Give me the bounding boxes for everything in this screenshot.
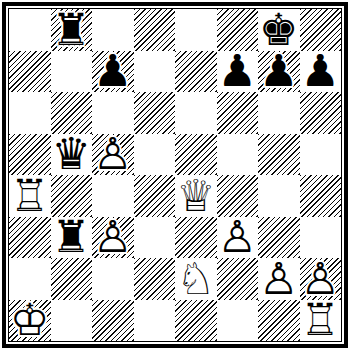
- piece-backing: ♟: [93, 215, 132, 259]
- piece-black-queen[interactable]: ♛♛: [51, 134, 93, 176]
- square-a3[interactable]: [9, 217, 51, 259]
- piece-black-rook[interactable]: ♜♜: [51, 217, 93, 259]
- piece-backing: ♜: [10, 174, 49, 218]
- piece-backing: ♜: [52, 8, 91, 52]
- square-d6[interactable]: [134, 92, 176, 134]
- chess-board: ♜♜♚♚♟♟♟♟♟♟♟♟♛♛♟♙♜♖♛♕♜♜♟♙♟♙♞♘♟♙♟♙♚♔♜♖: [8, 8, 342, 342]
- square-e5[interactable]: [175, 134, 217, 176]
- piece-white-pawn[interactable]: ♟♙: [92, 217, 134, 259]
- square-b7[interactable]: [51, 51, 93, 93]
- piece-backing: ♞: [176, 257, 215, 301]
- square-c6[interactable]: [92, 92, 134, 134]
- square-e4[interactable]: ♛♕: [175, 175, 217, 217]
- square-d5[interactable]: [134, 134, 176, 176]
- piece-white-knight[interactable]: ♞♘: [175, 258, 217, 300]
- piece-white-pawn[interactable]: ♟♙: [258, 258, 300, 300]
- piece-backing: ♛: [176, 174, 215, 218]
- black-rook-icon: ♜: [52, 8, 91, 52]
- piece-white-rook[interactable]: ♜♖: [300, 300, 342, 342]
- piece-white-pawn[interactable]: ♟♙: [300, 258, 342, 300]
- piece-backing: ♚: [259, 8, 298, 52]
- black-rook-icon: ♜: [52, 215, 91, 259]
- square-h3[interactable]: [300, 217, 342, 259]
- square-f6[interactable]: [217, 92, 259, 134]
- piece-black-pawn[interactable]: ♟♟: [258, 51, 300, 93]
- black-queen-icon: ♛: [52, 132, 91, 176]
- square-f2[interactable]: [217, 258, 259, 300]
- square-f1[interactable]: [217, 300, 259, 342]
- piece-white-rook[interactable]: ♜♖: [9, 175, 51, 217]
- square-a8[interactable]: [9, 9, 51, 51]
- square-g6[interactable]: [258, 92, 300, 134]
- square-d7[interactable]: [134, 51, 176, 93]
- square-a1[interactable]: ♚♔: [9, 300, 51, 342]
- square-c3[interactable]: ♟♙: [92, 217, 134, 259]
- square-h6[interactable]: [300, 92, 342, 134]
- square-a4[interactable]: ♜♖: [9, 175, 51, 217]
- piece-backing: ♟: [301, 257, 340, 301]
- square-c2[interactable]: [92, 258, 134, 300]
- piece-white-pawn[interactable]: ♟♙: [217, 217, 259, 259]
- piece-black-rook[interactable]: ♜♜: [51, 9, 93, 51]
- square-b2[interactable]: [51, 258, 93, 300]
- square-h1[interactable]: ♜♖: [300, 300, 342, 342]
- white-king-icon: ♔: [10, 298, 49, 342]
- square-b1[interactable]: [51, 300, 93, 342]
- piece-backing: ♟: [301, 49, 340, 93]
- white-rook-icon: ♖: [10, 174, 49, 218]
- square-b6[interactable]: [51, 92, 93, 134]
- black-pawn-icon: ♟: [93, 49, 132, 93]
- piece-backing: ♟: [218, 215, 257, 259]
- white-rook-icon: ♖: [301, 298, 340, 342]
- white-pawn-icon: ♙: [93, 132, 132, 176]
- white-pawn-icon: ♙: [259, 257, 298, 301]
- black-pawn-icon: ♟: [218, 49, 257, 93]
- square-d2[interactable]: [134, 258, 176, 300]
- square-g4[interactable]: [258, 175, 300, 217]
- board-frame: ♜♜♚♚♟♟♟♟♟♟♟♟♛♛♟♙♜♖♛♕♜♜♟♙♟♙♞♘♟♙♟♙♚♔♜♖: [2, 2, 348, 348]
- square-a6[interactable]: [9, 92, 51, 134]
- square-c5[interactable]: ♟♙: [92, 134, 134, 176]
- square-h8[interactable]: [300, 9, 342, 51]
- square-e6[interactable]: [175, 92, 217, 134]
- black-pawn-icon: ♟: [259, 49, 298, 93]
- white-pawn-icon: ♙: [93, 215, 132, 259]
- white-pawn-icon: ♙: [301, 257, 340, 301]
- square-c7[interactable]: ♟♟: [92, 51, 134, 93]
- piece-white-queen[interactable]: ♛♕: [175, 175, 217, 217]
- piece-backing: ♟: [218, 49, 257, 93]
- square-g2[interactable]: ♟♙: [258, 258, 300, 300]
- square-g5[interactable]: [258, 134, 300, 176]
- square-f4[interactable]: [217, 175, 259, 217]
- piece-black-pawn[interactable]: ♟♟: [300, 51, 342, 93]
- square-e2[interactable]: ♞♘: [175, 258, 217, 300]
- square-h5[interactable]: [300, 134, 342, 176]
- square-a5[interactable]: [9, 134, 51, 176]
- square-b3[interactable]: ♜♜: [51, 217, 93, 259]
- square-c1[interactable]: [92, 300, 134, 342]
- piece-backing: ♟: [93, 132, 132, 176]
- piece-backing: ♚: [10, 298, 49, 342]
- square-e8[interactable]: [175, 9, 217, 51]
- piece-backing: ♟: [259, 257, 298, 301]
- square-h2[interactable]: ♟♙: [300, 258, 342, 300]
- square-d3[interactable]: [134, 217, 176, 259]
- black-king-icon: ♚: [259, 8, 298, 52]
- piece-backing: ♛: [52, 132, 91, 176]
- square-g7[interactable]: ♟♟: [258, 51, 300, 93]
- square-a7[interactable]: [9, 51, 51, 93]
- white-queen-icon: ♕: [176, 174, 215, 218]
- square-c4[interactable]: [92, 175, 134, 217]
- piece-black-pawn[interactable]: ♟♟: [217, 51, 259, 93]
- square-a2[interactable]: [9, 258, 51, 300]
- square-h4[interactable]: [300, 175, 342, 217]
- white-knight-icon: ♘: [176, 257, 215, 301]
- piece-black-pawn[interactable]: ♟♟: [92, 51, 134, 93]
- square-g8[interactable]: ♚♚: [258, 9, 300, 51]
- piece-backing: ♟: [93, 49, 132, 93]
- square-g3[interactable]: [258, 217, 300, 259]
- black-pawn-icon: ♟: [301, 49, 340, 93]
- piece-backing: ♟: [259, 49, 298, 93]
- square-d4[interactable]: [134, 175, 176, 217]
- square-b8[interactable]: ♜♜: [51, 9, 93, 51]
- square-h7[interactable]: ♟♟: [300, 51, 342, 93]
- square-e7[interactable]: [175, 51, 217, 93]
- piece-backing: ♜: [301, 298, 340, 342]
- square-b5[interactable]: ♛♛: [51, 134, 93, 176]
- square-e3[interactable]: [175, 217, 217, 259]
- square-b4[interactable]: [51, 175, 93, 217]
- square-g1[interactable]: [258, 300, 300, 342]
- piece-white-king[interactable]: ♚♔: [9, 300, 51, 342]
- square-c8[interactable]: [92, 9, 134, 51]
- square-e1[interactable]: [175, 300, 217, 342]
- piece-white-pawn[interactable]: ♟♙: [92, 134, 134, 176]
- white-pawn-icon: ♙: [218, 215, 257, 259]
- piece-black-king[interactable]: ♚♚: [258, 9, 300, 51]
- chess-diagram: ♜♜♚♚♟♟♟♟♟♟♟♟♛♛♟♙♜♖♛♕♜♜♟♙♟♙♞♘♟♙♟♙♚♔♜♖: [0, 0, 350, 350]
- square-f7[interactable]: ♟♟: [217, 51, 259, 93]
- square-f8[interactable]: [217, 9, 259, 51]
- square-f5[interactable]: [217, 134, 259, 176]
- square-f3[interactable]: ♟♙: [217, 217, 259, 259]
- piece-backing: ♜: [52, 215, 91, 259]
- square-d8[interactable]: [134, 9, 176, 51]
- square-d1[interactable]: [134, 300, 176, 342]
